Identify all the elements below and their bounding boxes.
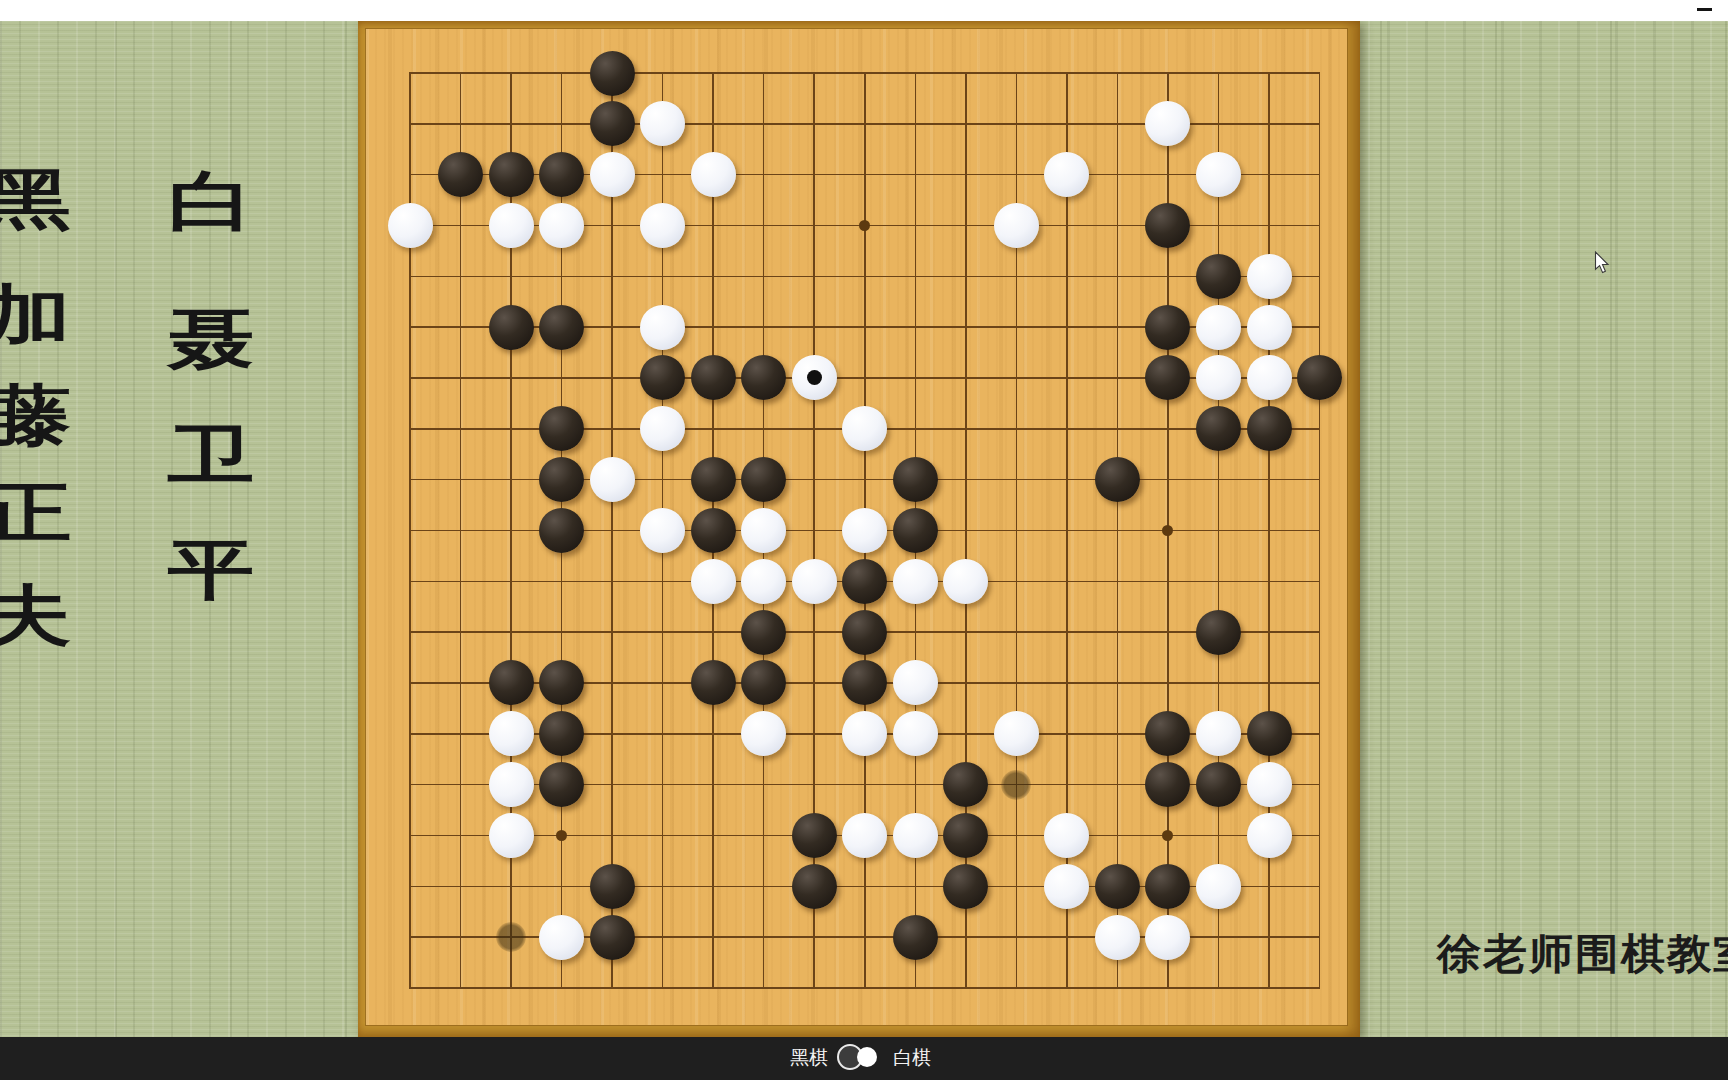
black-stone <box>842 559 887 604</box>
black-stone <box>1145 711 1190 756</box>
star-point <box>1162 830 1173 841</box>
white-stone-icon <box>857 1047 877 1067</box>
white-stone <box>994 711 1039 756</box>
white-stone <box>539 203 584 248</box>
black-stone <box>691 660 736 705</box>
player-caption-char: 加 <box>0 283 77 349</box>
black-stone <box>1297 355 1342 400</box>
player-caption-char: 藤 <box>0 383 77 449</box>
white-stone <box>1145 915 1190 960</box>
white-stone <box>1044 864 1089 909</box>
white-stone <box>842 406 887 451</box>
black-stone <box>1145 864 1190 909</box>
black-stone <box>1196 406 1241 451</box>
black-stone <box>943 864 988 909</box>
player-caption-char: 正 <box>0 480 77 546</box>
ghost-stone <box>1001 770 1031 800</box>
white-stone <box>1247 762 1292 807</box>
black-stone <box>792 864 837 909</box>
ghost-stone <box>496 922 526 952</box>
black-stone <box>539 152 584 197</box>
white-stone <box>1044 152 1089 197</box>
white-stone <box>1196 152 1241 197</box>
black-stone <box>539 660 584 705</box>
white-stone <box>1196 864 1241 909</box>
black-stone <box>792 813 837 858</box>
black-stone <box>893 508 938 553</box>
black-stone <box>640 355 685 400</box>
black-stone-toggle-label: 黑棋 <box>774 1047 844 1069</box>
black-stone <box>590 915 635 960</box>
player-caption-char: 黑 <box>0 167 77 233</box>
window-titlebar <box>0 0 1728 21</box>
white-stone <box>539 915 584 960</box>
white-stone <box>640 101 685 146</box>
white-stone <box>893 813 938 858</box>
white-stone <box>842 508 887 553</box>
white-stone <box>640 508 685 553</box>
board-surface[interactable] <box>366 29 1347 1025</box>
grid-line <box>409 987 1320 989</box>
last-move-marker <box>807 370 822 385</box>
screen: 黑加藤正夫 白聂卫平 徐老师围棋教室 黑棋 白棋 <box>0 0 1728 1080</box>
black-stone <box>438 152 483 197</box>
black-stone <box>489 660 534 705</box>
black-stone <box>539 305 584 350</box>
black-stone <box>1145 355 1190 400</box>
black-stone <box>741 660 786 705</box>
white-stone <box>640 203 685 248</box>
bottom-toolbar: 黑棋 白棋 <box>0 1037 1728 1080</box>
star-point <box>859 220 870 231</box>
black-stone <box>1145 203 1190 248</box>
black-stone <box>489 152 534 197</box>
white-stone <box>1145 101 1190 146</box>
player-caption-char: 夫 <box>0 583 77 649</box>
player-caption-char: 平 <box>162 537 259 603</box>
black-stone <box>691 457 736 502</box>
white-stone <box>1044 813 1089 858</box>
white-stone <box>489 203 534 248</box>
black-stone <box>1247 711 1292 756</box>
black-stone <box>741 457 786 502</box>
black-stone <box>741 355 786 400</box>
grid-line <box>1218 72 1220 988</box>
black-stone <box>741 610 786 655</box>
black-stone <box>1095 864 1140 909</box>
black-stone <box>1145 305 1190 350</box>
white-stone <box>640 406 685 451</box>
player-caption-char: 卫 <box>162 422 259 488</box>
black-stone <box>590 51 635 96</box>
white-stone <box>691 152 736 197</box>
grid-line <box>1319 72 1321 988</box>
white-stone <box>1247 813 1292 858</box>
white-stone <box>893 711 938 756</box>
white-stone <box>640 305 685 350</box>
white-stone <box>893 559 938 604</box>
white-stone-toggle-label: 白棋 <box>877 1047 947 1069</box>
white-stone <box>842 711 887 756</box>
white-stone <box>893 660 938 705</box>
black-stone <box>1145 762 1190 807</box>
white-stone <box>741 508 786 553</box>
black-stone <box>539 711 584 756</box>
go-board[interactable] <box>358 21 1360 1037</box>
black-stone <box>691 508 736 553</box>
stone-color-toggle[interactable] <box>836 1043 882 1071</box>
black-stone <box>1196 610 1241 655</box>
white-stone <box>1196 305 1241 350</box>
white-stone <box>792 559 837 604</box>
watermark-text: 徐老师围棋教室 <box>1437 931 1728 977</box>
minimize-button[interactable] <box>1697 8 1712 11</box>
black-stone <box>842 610 887 655</box>
black-stone <box>893 457 938 502</box>
black-stone <box>489 305 534 350</box>
black-stone <box>842 660 887 705</box>
white-stone <box>943 559 988 604</box>
white-stone <box>741 559 786 604</box>
white-stone <box>1247 355 1292 400</box>
white-stone <box>691 559 736 604</box>
black-stone <box>893 915 938 960</box>
white-stone <box>489 813 534 858</box>
black-stone <box>590 101 635 146</box>
black-stone <box>1196 762 1241 807</box>
black-stone <box>691 355 736 400</box>
white-stone <box>489 762 534 807</box>
white-stone <box>994 203 1039 248</box>
white-stone <box>1196 711 1241 756</box>
black-stone <box>943 813 988 858</box>
white-stone <box>1095 915 1140 960</box>
grid-line <box>1117 72 1119 988</box>
black-stone <box>943 762 988 807</box>
white-stone <box>1247 254 1292 299</box>
player-caption-char: 白 <box>162 169 259 235</box>
star-point <box>1162 525 1173 536</box>
white-stone <box>388 203 433 248</box>
star-point <box>556 830 567 841</box>
white-stone <box>1196 355 1241 400</box>
black-stone <box>1095 457 1140 502</box>
black-stone <box>539 406 584 451</box>
white-stone <box>741 711 786 756</box>
white-stone <box>590 457 635 502</box>
white-stone <box>842 813 887 858</box>
white-stone <box>489 711 534 756</box>
white-stone <box>1247 305 1292 350</box>
black-stone <box>1247 406 1292 451</box>
black-stone <box>590 864 635 909</box>
player-caption-char: 聂 <box>162 307 259 373</box>
white-stone-last-move <box>792 355 837 400</box>
mouse-cursor <box>1594 251 1611 275</box>
black-stone <box>539 762 584 807</box>
black-stone <box>1196 254 1241 299</box>
black-stone <box>539 457 584 502</box>
white-stone <box>590 152 635 197</box>
black-stone <box>539 508 584 553</box>
